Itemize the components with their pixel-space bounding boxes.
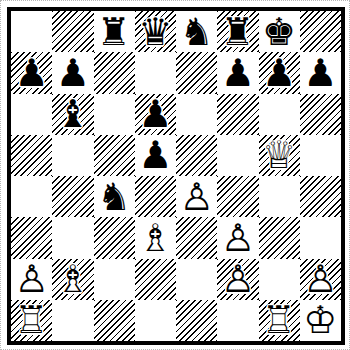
square-f8[interactable]: ♜♜ [217,11,258,52]
square-b8[interactable] [52,11,93,52]
black-pawn-a7[interactable]: ♟♟ [11,52,52,93]
square-h4[interactable] [300,176,341,217]
black-bishop-b6[interactable]: ♝♝ [52,94,93,135]
square-f5[interactable] [217,135,258,176]
piece-glyph: ♟ [217,52,258,93]
piece-glyph: ♟ [52,52,93,93]
piece-glyph: ♝ [52,94,93,135]
square-b4[interactable] [52,176,93,217]
piece-glyph: ♟ [135,135,176,176]
white-rook-a1[interactable]: ♜♖ [11,300,52,341]
square-e6[interactable] [176,94,217,135]
piece-glyph: ♚ [259,11,300,52]
piece-glyph: ♙ [176,176,217,217]
square-c2[interactable] [94,259,135,300]
square-h8[interactable] [300,11,341,52]
square-c1[interactable] [94,300,135,341]
black-queen-d8[interactable]: ♛♛ [135,11,176,52]
square-d1[interactable] [135,300,176,341]
square-h6[interactable] [300,94,341,135]
square-h3[interactable] [300,217,341,258]
black-king-g8[interactable]: ♚♚ [259,11,300,52]
square-g7[interactable]: ♟♟ [259,52,300,93]
piece-glyph: ♞ [176,11,217,52]
square-g6[interactable] [259,94,300,135]
black-knight-c4[interactable]: ♞♞ [94,176,135,217]
square-e3[interactable] [176,217,217,258]
square-h1[interactable]: ♚♔ [300,300,341,341]
black-pawn-h7[interactable]: ♟♟ [300,52,341,93]
square-a2[interactable]: ♟♙ [11,259,52,300]
square-a7[interactable]: ♟♟ [11,52,52,93]
square-h2[interactable]: ♟♙ [300,259,341,300]
square-a8[interactable] [11,11,52,52]
square-h5[interactable] [300,135,341,176]
piece-glyph: ♙ [300,259,341,300]
square-g8[interactable]: ♚♚ [259,11,300,52]
square-b6[interactable]: ♝♝ [52,94,93,135]
square-f1[interactable] [217,300,258,341]
piece-glyph: ♔ [300,300,341,341]
square-d8[interactable]: ♛♛ [135,11,176,52]
square-g2[interactable] [259,259,300,300]
piece-glyph: ♙ [217,259,258,300]
square-a4[interactable] [11,176,52,217]
square-d2[interactable] [135,259,176,300]
chess-diagram-page: ♜♜♛♛♞♞♜♜♚♚♟♟♟♟♟♟♟♟♟♟♝♝♟♟♟♟♛♕♞♞♟♙♝♗♟♙♟♙♝♗… [0,0,350,350]
piece-glyph: ♟ [259,52,300,93]
square-d3[interactable]: ♝♗ [135,217,176,258]
black-rook-f8[interactable]: ♜♜ [217,11,258,52]
square-f4[interactable] [217,176,258,217]
white-pawn-e4[interactable]: ♟♙ [176,176,217,217]
square-b5[interactable] [52,135,93,176]
black-pawn-b7[interactable]: ♟♟ [52,52,93,93]
white-pawn-f3[interactable]: ♟♙ [217,217,258,258]
white-queen-g5[interactable]: ♛♕ [259,135,300,176]
square-e5[interactable] [176,135,217,176]
square-c3[interactable] [94,217,135,258]
piece-glyph: ♙ [217,217,258,258]
piece-glyph: ♟ [11,52,52,93]
white-pawn-h2[interactable]: ♟♙ [300,259,341,300]
square-g4[interactable] [259,176,300,217]
square-c6[interactable] [94,94,135,135]
square-g3[interactable] [259,217,300,258]
square-c5[interactable] [94,135,135,176]
board-frame: ♜♜♛♛♞♞♜♜♚♚♟♟♟♟♟♟♟♟♟♟♝♝♟♟♟♟♛♕♞♞♟♙♝♗♟♙♟♙♝♗… [7,7,345,345]
black-pawn-g7[interactable]: ♟♟ [259,52,300,93]
white-pawn-f2[interactable]: ♟♙ [217,259,258,300]
square-e2[interactable] [176,259,217,300]
square-e8[interactable]: ♞♞ [176,11,217,52]
piece-glyph: ♗ [135,217,176,258]
white-bishop-b2[interactable]: ♝♗ [52,259,93,300]
black-knight-e8[interactable]: ♞♞ [176,11,217,52]
square-a1[interactable]: ♜♖ [11,300,52,341]
square-e4[interactable]: ♟♙ [176,176,217,217]
piece-glyph: ♜ [217,11,258,52]
piece-glyph: ♞ [94,176,135,217]
square-f6[interactable] [217,94,258,135]
square-a5[interactable] [11,135,52,176]
piece-glyph: ♛ [135,11,176,52]
square-b2[interactable]: ♝♗ [52,259,93,300]
piece-glyph: ♖ [11,300,52,341]
black-pawn-f7[interactable]: ♟♟ [217,52,258,93]
square-e1[interactable] [176,300,217,341]
square-b7[interactable]: ♟♟ [52,52,93,93]
black-pawn-d6[interactable]: ♟♟ [135,94,176,135]
square-d5[interactable]: ♟♟ [135,135,176,176]
square-d4[interactable] [135,176,176,217]
square-f3[interactable]: ♟♙ [217,217,258,258]
square-f7[interactable]: ♟♟ [217,52,258,93]
black-rook-c8[interactable]: ♜♜ [94,11,135,52]
white-bishop-d3[interactable]: ♝♗ [135,217,176,258]
white-rook-g1[interactable]: ♜♖ [259,300,300,341]
square-g5[interactable]: ♛♕ [259,135,300,176]
square-c7[interactable] [94,52,135,93]
piece-glyph: ♕ [259,135,300,176]
square-g1[interactable]: ♜♖ [259,300,300,341]
square-b1[interactable] [52,300,93,341]
piece-glyph: ♖ [259,300,300,341]
square-c4[interactable]: ♞♞ [94,176,135,217]
piece-glyph: ♟ [300,52,341,93]
square-a3[interactable] [11,217,52,258]
square-c8[interactable]: ♜♜ [94,11,135,52]
square-h7[interactable]: ♟♟ [300,52,341,93]
square-e7[interactable] [176,52,217,93]
piece-glyph: ♗ [52,259,93,300]
square-d6[interactable]: ♟♟ [135,94,176,135]
square-b3[interactable] [52,217,93,258]
square-d7[interactable] [135,52,176,93]
piece-glyph: ♙ [11,259,52,300]
piece-glyph: ♜ [94,11,135,52]
square-a6[interactable] [11,94,52,135]
black-pawn-d5[interactable]: ♟♟ [135,135,176,176]
white-king-h1[interactable]: ♚♔ [300,300,341,341]
white-pawn-a2[interactable]: ♟♙ [11,259,52,300]
chess-board: ♜♜♛♛♞♞♜♜♚♚♟♟♟♟♟♟♟♟♟♟♝♝♟♟♟♟♛♕♞♞♟♙♝♗♟♙♟♙♝♗… [11,11,341,341]
square-f2[interactable]: ♟♙ [217,259,258,300]
piece-glyph: ♟ [135,94,176,135]
